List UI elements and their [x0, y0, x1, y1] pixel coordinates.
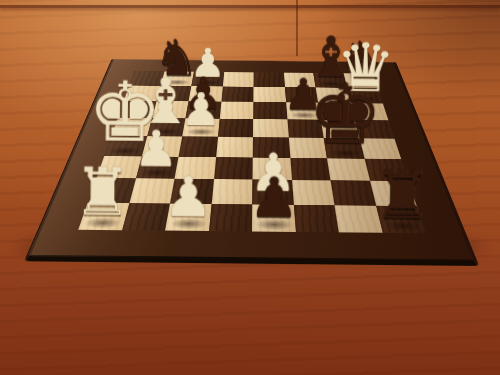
square-a3: ♟	[165, 203, 211, 231]
square-g5	[253, 87, 285, 103]
square-a4	[209, 204, 253, 232]
photo-scene: ♞♟♝♞♛♟♟♝♟♟♚♚♟♟♜♟♟♜	[0, 0, 500, 375]
square-f5	[253, 102, 287, 119]
square-d4	[216, 137, 253, 158]
square-b4	[211, 179, 252, 204]
table-plank-seam	[0, 5, 500, 8]
square-a1: ♜	[78, 202, 129, 230]
square-a8: ♜	[376, 205, 426, 233]
square-d3	[179, 136, 218, 156]
square-c7	[327, 158, 370, 181]
square-h5	[253, 72, 284, 87]
piece-white-rook-a1: ♜	[73, 161, 132, 224]
square-d7: ♚	[324, 138, 364, 159]
square-b7	[331, 180, 376, 205]
piece-black-rook-a8: ♜	[373, 164, 432, 227]
square-e5	[253, 119, 288, 138]
square-h4	[222, 72, 253, 87]
piece-white-pawn-a3: ♟	[163, 171, 213, 224]
board-grid: ♞♟♝♞♛♟♟♝♟♟♚♚♟♟♜♟♟♜	[78, 71, 426, 233]
square-c4	[214, 157, 253, 180]
square-f4	[219, 102, 253, 119]
square-g4	[221, 86, 254, 102]
square-e4	[218, 118, 254, 137]
piece-black-pawn-a5: ♟	[249, 172, 299, 225]
square-a5: ♟	[252, 204, 295, 232]
table-plank-seam-vertical	[296, 0, 298, 56]
square-a6	[293, 205, 338, 233]
piece-black-king-d7: ♚	[307, 75, 382, 154]
